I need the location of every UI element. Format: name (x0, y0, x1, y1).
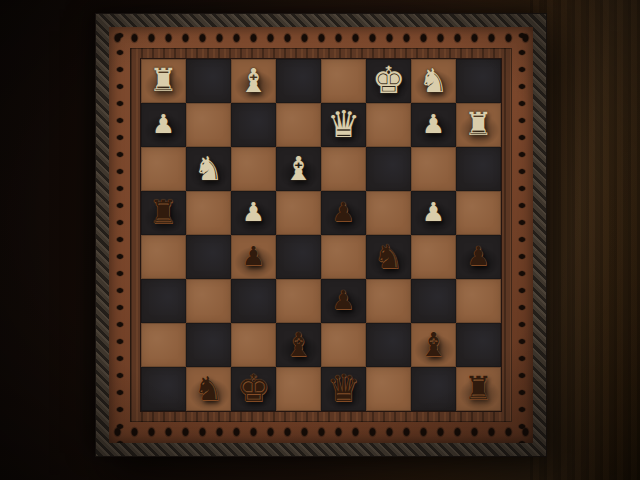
photo-vignette (0, 0, 640, 480)
